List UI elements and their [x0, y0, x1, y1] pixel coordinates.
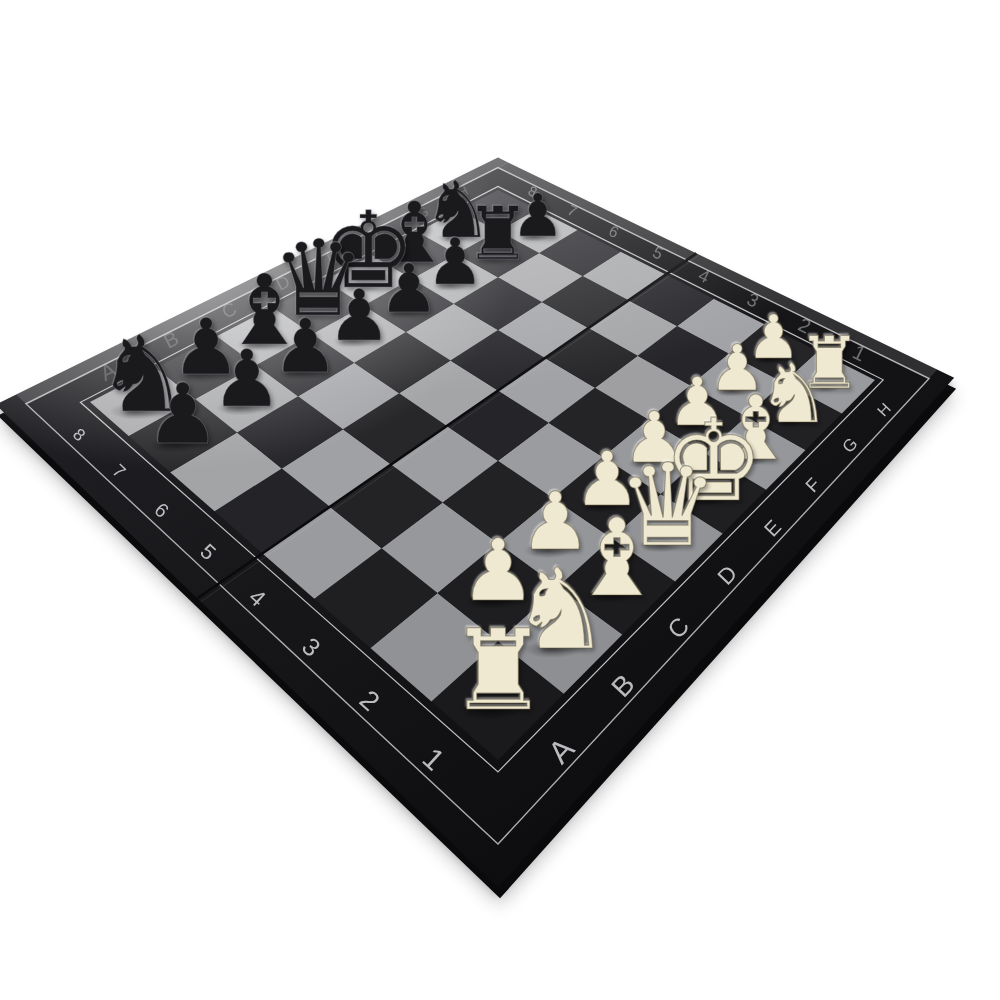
chess-board: 1122334455667788AABBCCDDEEFFGGHH	[0, 0, 1000, 1000]
chess-set-photo: 1122334455667788AABBCCDDEEFFGGHH ♟♞♜♝♟♚♟…	[0, 0, 1000, 1000]
